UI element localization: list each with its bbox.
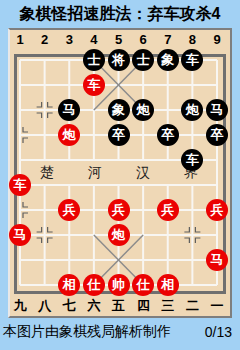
- bottom-column-numbers: 九八七六五四三二一: [10, 299, 230, 313]
- footer: 本图片由象棋残局解析制作 0/13: [0, 323, 240, 341]
- column-number-bottom: 八: [35, 299, 55, 313]
- piece-red-soldier[interactable]: 兵: [157, 199, 179, 221]
- column-number-bottom: 五: [109, 299, 129, 313]
- piece-red-cannon[interactable]: 炮: [108, 224, 130, 246]
- column-number-bottom: 七: [59, 299, 79, 313]
- credit-text: 本图片由象棋残局解析制作: [3, 323, 171, 341]
- column-number-bottom: 四: [133, 299, 153, 313]
- column-number-top: 8: [182, 33, 202, 47]
- river-label: 楚: [39, 165, 55, 180]
- piece-black-soldier[interactable]: 卒: [206, 124, 228, 146]
- piece-red-chariot[interactable]: 车: [83, 74, 105, 96]
- column-number-top: 1: [10, 33, 30, 47]
- column-number-top: 4: [84, 33, 104, 47]
- column-number-bottom: 一: [207, 299, 227, 313]
- column-number-top: 3: [59, 33, 79, 47]
- piece-black-general[interactable]: 将: [108, 49, 130, 71]
- move-counter: 0/13: [205, 324, 232, 340]
- column-number-bottom: 二: [182, 299, 202, 313]
- column-number-top: 2: [35, 33, 55, 47]
- piece-black-cannon[interactable]: 炮: [132, 99, 154, 121]
- piece-black-elephant[interactable]: 象: [108, 99, 130, 121]
- piece-red-horse[interactable]: 马: [206, 249, 228, 271]
- column-number-top: 9: [207, 33, 227, 47]
- column-number-top: 6: [133, 33, 153, 47]
- piece-black-soldier[interactable]: 卒: [108, 124, 130, 146]
- river-label: 河: [87, 165, 103, 180]
- page-title: 象棋怪招速胜法：弃车攻杀4: [0, 4, 240, 24]
- piece-red-elephant[interactable]: 相: [157, 274, 179, 296]
- piece-red-soldier[interactable]: 兵: [206, 199, 228, 221]
- board-panel: 123456789 楚河汉界 士将士象车车马象炮炮马炮卒卒卒车车兵兵兵兵马炮马相…: [8, 28, 232, 318]
- piece-black-advisor[interactable]: 士: [83, 49, 105, 71]
- column-number-bottom: 九: [10, 299, 30, 313]
- column-number-top: 7: [158, 33, 178, 47]
- piece-black-elephant[interactable]: 象: [157, 49, 179, 71]
- column-number-top: 5: [109, 33, 129, 47]
- piece-red-advisor[interactable]: 仕: [132, 274, 154, 296]
- piece-black-soldier[interactable]: 卒: [157, 124, 179, 146]
- piece-black-horse[interactable]: 马: [206, 99, 228, 121]
- piece-red-advisor[interactable]: 仕: [83, 274, 105, 296]
- piece-red-chariot[interactable]: 车: [9, 174, 31, 196]
- piece-black-advisor[interactable]: 士: [132, 49, 154, 71]
- column-number-bottom: 六: [84, 299, 104, 313]
- river-label: 汉: [135, 165, 151, 180]
- top-column-numbers: 123456789: [10, 33, 230, 47]
- piece-red-horse[interactable]: 马: [9, 224, 31, 246]
- piece-red-soldier[interactable]: 兵: [108, 199, 130, 221]
- piece-red-general[interactable]: 帅: [108, 274, 130, 296]
- column-number-bottom: 三: [158, 299, 178, 313]
